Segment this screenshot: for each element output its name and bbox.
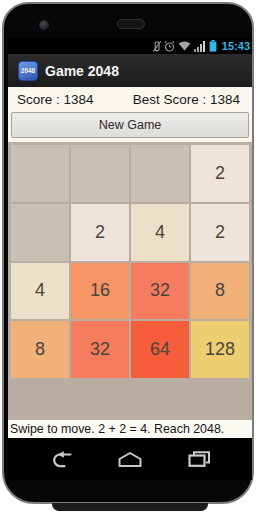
navigation-bar [8,438,252,480]
empty-cell [71,145,129,202]
empty-cell [11,204,69,261]
score-bar: Score : 1384 Best Score : 1384 [8,87,252,112]
empty-cell [131,145,189,202]
vibrate-icon [153,41,161,52]
back-icon[interactable] [50,451,74,468]
app-icon-2048: 2048 [18,61,38,81]
earpiece-speaker [117,19,145,29]
alarm-icon [164,41,175,52]
page-title: Game 2048 [45,63,119,79]
wifi-icon [178,41,191,51]
tile-32: 32 [71,321,129,378]
tile-8: 8 [191,263,249,320]
hint-text: Swipe to move. 2 + 2 = 4. Reach 2048. [8,420,252,438]
home-icon[interactable] [117,451,143,467]
screenshot-root: 15:43 2048 Game 2048 Score : 1384 Best S… [0,0,260,512]
new-game-button[interactable]: New Game [11,112,249,138]
action-bar: 2048 Game 2048 [8,54,252,87]
recents-icon[interactable] [186,451,210,467]
signal-icon [194,41,206,52]
tile-16: 16 [71,263,129,320]
tile-2: 2 [71,204,129,261]
tile-4: 4 [131,204,189,261]
best-score-value: Best Score : 1384 [133,92,240,107]
status-bar: 15:43 [8,38,252,54]
tile-32: 32 [131,263,189,320]
phone-bottom-edge [52,503,208,511]
clock-text: 15:43 [222,38,250,54]
score-value: Score : 1384 [17,92,94,107]
tile-64: 64 [131,321,189,378]
android-screen: 15:43 2048 Game 2048 Score : 1384 Best S… [8,38,252,480]
game-board[interactable]: 224241632883264128 [8,142,252,420]
tile-2: 2 [191,204,249,261]
tile-4: 4 [11,263,69,320]
front-camera [39,20,49,30]
board-grid: 224241632883264128 [11,145,249,378]
tile-8: 8 [11,321,69,378]
tile-2: 2 [191,145,249,202]
tile-128: 128 [191,321,249,378]
battery-icon [209,40,217,52]
button-row: New Game [8,112,252,142]
empty-cell [11,145,69,202]
